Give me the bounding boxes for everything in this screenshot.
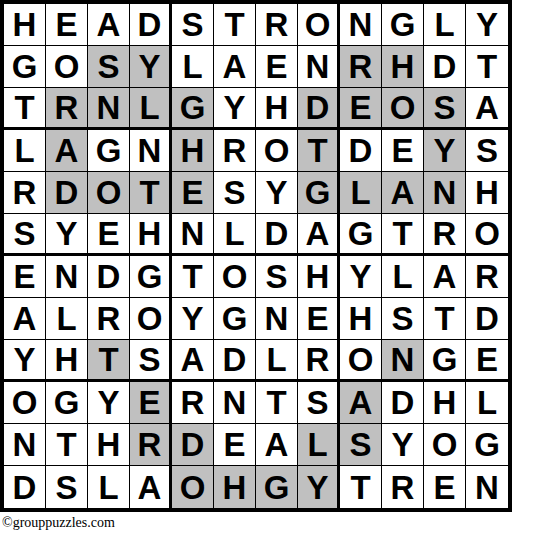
grid-cell-r9c6: D (214, 340, 256, 382)
grid-cell-r11c11: O (424, 424, 466, 466)
grid-cell-r6c2: Y (46, 214, 88, 256)
grid-cell-r4c3: G (88, 130, 130, 172)
grid-cell-r6c8: A (298, 214, 340, 256)
grid-cell-r3c5: G (172, 88, 214, 130)
grid-cell-r4c2: A (46, 130, 88, 172)
grid-cell-r4c9: D (340, 130, 382, 172)
grid-cell-r9c4: S (130, 340, 172, 382)
grid-cell-r2c7: E (256, 46, 298, 88)
grid-cell-r12c5: O (172, 466, 214, 508)
grid-cell-r3c2: R (46, 88, 88, 130)
grid-cell-r2c10: H (382, 46, 424, 88)
grid-cell-r5c6: S (214, 172, 256, 214)
grid-cell-r5c10: A (382, 172, 424, 214)
grid-cell-r6c1: S (4, 214, 46, 256)
grid-cell-r10c7: T (256, 382, 298, 424)
grid-cell-r9c8: R (298, 340, 340, 382)
grid-cell-r3c11: S (424, 88, 466, 130)
grid-cell-r9c12: E (466, 340, 508, 382)
grid-cell-r6c6: L (214, 214, 256, 256)
grid-cell-r10c9: A (340, 382, 382, 424)
grid-cell-r10c1: O (4, 382, 46, 424)
grid-cell-r11c8: L (298, 424, 340, 466)
grid-cell-r3c12: A (466, 88, 508, 130)
grid-cell-r3c1: T (4, 88, 46, 130)
grid-cell-r1c1: H (4, 4, 46, 46)
grid-cell-r10c6: N (214, 382, 256, 424)
grid-cell-r12c11: E (424, 466, 466, 508)
grid-cell-r12c10: R (382, 466, 424, 508)
grid-cell-r6c11: R (424, 214, 466, 256)
grid-cell-r7c7: S (256, 256, 298, 298)
grid-cell-r1c12: Y (466, 4, 508, 46)
grid-cell-r8c6: G (214, 298, 256, 340)
grid-cell-r8c7: N (256, 298, 298, 340)
grid-cell-r5c3: O (88, 172, 130, 214)
grid-cell-r5c2: D (46, 172, 88, 214)
grid-cell-r6c4: H (130, 214, 172, 256)
grid-cell-r9c5: A (172, 340, 214, 382)
grid-cell-r1c8: O (298, 4, 340, 46)
grid-cell-r8c4: O (130, 298, 172, 340)
grid-cell-r12c6: H (214, 466, 256, 508)
grid-cell-r11c7: A (256, 424, 298, 466)
grid-cell-r4c4: N (130, 130, 172, 172)
grid-cell-r11c1: N (4, 424, 46, 466)
grid-cell-r4c7: O (256, 130, 298, 172)
grid-cell-r8c2: L (46, 298, 88, 340)
grid-cell-r9c7: L (256, 340, 298, 382)
grid-cell-r7c12: R (466, 256, 508, 298)
grid-cell-r8c9: H (340, 298, 382, 340)
grid-cell-r10c5: R (172, 382, 214, 424)
grid-cell-r10c10: D (382, 382, 424, 424)
grid-cell-r12c7: G (256, 466, 298, 508)
grid-cell-r7c10: L (382, 256, 424, 298)
grid-cell-r11c5: D (172, 424, 214, 466)
grid-cell-r4c12: S (466, 130, 508, 172)
grid-cell-r2c12: T (466, 46, 508, 88)
grid-cell-r6c3: E (88, 214, 130, 256)
grid-cell-r4c6: R (214, 130, 256, 172)
grid-cell-r12c2: S (46, 466, 88, 508)
grid-cell-r3c10: O (382, 88, 424, 130)
grid-cell-r10c2: G (46, 382, 88, 424)
grid-cell-r2c8: N (298, 46, 340, 88)
grid-cell-r1c5: S (172, 4, 214, 46)
grid-cell-r10c3: Y (88, 382, 130, 424)
grid-cell-r7c2: N (46, 256, 88, 298)
grid-cell-r9c10: N (382, 340, 424, 382)
copyright-text: ©grouppuzzles.com (0, 512, 534, 531)
grid-cell-r7c4: G (130, 256, 172, 298)
grid-cell-r2c6: A (214, 46, 256, 88)
grid-cell-r12c1: D (4, 466, 46, 508)
grid-cell-r2c1: G (4, 46, 46, 88)
grid-cell-r7c9: Y (340, 256, 382, 298)
grid-cell-r9c3: T (88, 340, 130, 382)
grid-cell-r1c11: L (424, 4, 466, 46)
grid-cell-r5c1: R (4, 172, 46, 214)
grid-cell-r7c11: A (424, 256, 466, 298)
grid-cell-r8c11: T (424, 298, 466, 340)
grid-cell-r1c10: G (382, 4, 424, 46)
grid-cell-r9c9: O (340, 340, 382, 382)
grid-cell-r3c7: H (256, 88, 298, 130)
grid-cell-r6c10: T (382, 214, 424, 256)
grid-cell-r9c1: Y (4, 340, 46, 382)
grid-cell-r1c3: A (88, 4, 130, 46)
grid-cell-r5c7: Y (256, 172, 298, 214)
grid-cell-r2c4: Y (130, 46, 172, 88)
grid-cell-r8c12: D (466, 298, 508, 340)
grid-cell-r6c7: D (256, 214, 298, 256)
grid-cell-r5c4: T (130, 172, 172, 214)
grid-cell-r3c8: D (298, 88, 340, 130)
grid-cell-r7c6: O (214, 256, 256, 298)
grid-cell-r3c6: Y (214, 88, 256, 130)
grid-cell-r5c9: L (340, 172, 382, 214)
grid-cell-r7c8: H (298, 256, 340, 298)
grid-cell-r5c8: G (298, 172, 340, 214)
grid-cell-r1c2: E (46, 4, 88, 46)
grid-cell-r5c12: H (466, 172, 508, 214)
grid-cell-r11c2: T (46, 424, 88, 466)
grid-cell-r10c11: H (424, 382, 466, 424)
puzzle-grid: HEADSTRONGLYGOSYLAENRHDTTRNLGYHDEOSALAGN… (0, 0, 512, 512)
grid-cell-r3c9: E (340, 88, 382, 130)
grid-cell-r12c8: Y (298, 466, 340, 508)
grid-cell-r2c2: O (46, 46, 88, 88)
grid-cell-r2c5: L (172, 46, 214, 88)
grid-cell-r2c11: D (424, 46, 466, 88)
grid-cell-r10c4: E (130, 382, 172, 424)
grid-cell-r4c1: L (4, 130, 46, 172)
grid-cell-r1c4: D (130, 4, 172, 46)
grid-cell-r9c2: H (46, 340, 88, 382)
grid-cell-r7c5: T (172, 256, 214, 298)
puzzle-page: HEADSTRONGLYGOSYLAENRHDTTRNLGYHDEOSALAGN… (0, 0, 534, 556)
grid-cell-r6c5: N (172, 214, 214, 256)
grid-cell-r6c12: O (466, 214, 508, 256)
grid-cell-r4c8: T (298, 130, 340, 172)
grid-cell-r5c5: E (172, 172, 214, 214)
grid-cell-r11c9: S (340, 424, 382, 466)
grid-cell-r12c9: T (340, 466, 382, 508)
grid-cell-r8c8: E (298, 298, 340, 340)
grid-cell-r8c3: R (88, 298, 130, 340)
grid-cell-r2c9: R (340, 46, 382, 88)
grid-cell-r10c12: L (466, 382, 508, 424)
grid-cell-r6c9: G (340, 214, 382, 256)
grid-cell-r8c5: Y (172, 298, 214, 340)
grid-cell-r5c11: N (424, 172, 466, 214)
grid-cell-r3c3: N (88, 88, 130, 130)
grid-cell-r7c3: D (88, 256, 130, 298)
grid-cell-r12c12: N (466, 466, 508, 508)
grid-cell-r9c11: G (424, 340, 466, 382)
grid-cell-r12c3: L (88, 466, 130, 508)
grid-cell-r8c1: A (4, 298, 46, 340)
grid-cell-r1c9: N (340, 4, 382, 46)
grid-cell-r1c7: R (256, 4, 298, 46)
grid-cell-r11c10: Y (382, 424, 424, 466)
grid-cell-r4c11: Y (424, 130, 466, 172)
grid-cell-r10c8: S (298, 382, 340, 424)
grid-cell-r11c6: E (214, 424, 256, 466)
grid-cell-r12c4: A (130, 466, 172, 508)
grid-cell-r1c6: T (214, 4, 256, 46)
grid-cell-r2c3: S (88, 46, 130, 88)
grid-cell-r11c3: H (88, 424, 130, 466)
grid-cell-r11c4: R (130, 424, 172, 466)
grid-cell-r3c4: L (130, 88, 172, 130)
grid-cell-r8c10: S (382, 298, 424, 340)
grid-cell-r4c10: E (382, 130, 424, 172)
grid-cell-r7c1: E (4, 256, 46, 298)
grid-cell-r4c5: H (172, 130, 214, 172)
grid-cell-r11c12: G (466, 424, 508, 466)
